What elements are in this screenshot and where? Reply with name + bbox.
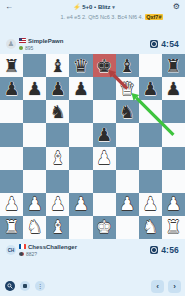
square-h5[interactable] xyxy=(162,123,185,146)
square-a2[interactable]: ♟ xyxy=(0,193,23,216)
piece-black-rook: ♜ xyxy=(165,57,181,75)
chevron-down-icon: ▾ xyxy=(112,4,115,10)
square-e2[interactable] xyxy=(93,193,116,216)
settings-gear-icon[interactable]: ⚙ xyxy=(173,2,180,11)
game-title-label: 5+0 • Blitz xyxy=(82,4,110,10)
piece-black-rook: ♜ xyxy=(3,57,19,75)
piece-black-pawn: ♟ xyxy=(50,80,66,98)
square-f2[interactable]: ♟ xyxy=(116,193,139,216)
prev-move-button[interactable]: ‹ xyxy=(151,280,164,293)
square-c3[interactable] xyxy=(46,170,69,193)
square-b7[interactable]: ♟ xyxy=(23,77,46,100)
clock-icon xyxy=(150,246,158,254)
square-g2[interactable]: ♟ xyxy=(139,193,162,216)
clock-icon xyxy=(150,40,158,48)
avatar-initials: CH xyxy=(8,248,15,253)
clock-time-bottom: 4:56 xyxy=(161,245,179,255)
square-e7[interactable] xyxy=(93,77,116,100)
square-g3[interactable] xyxy=(139,170,162,193)
piece-black-pawn: ♟ xyxy=(165,80,181,98)
blitz-lightning-icon: ⚡ xyxy=(73,4,81,10)
piece-black-bishop: ♝ xyxy=(119,57,135,75)
player-name[interactable]: ChessChallenger xyxy=(28,244,77,250)
piece-white-pawn: ♟ xyxy=(27,195,43,213)
piece-black-king: ♚ xyxy=(96,57,112,75)
piece-black-pawn: ♟ xyxy=(3,80,19,98)
square-e5[interactable]: ♟ xyxy=(93,123,116,146)
square-f4[interactable] xyxy=(116,147,139,170)
square-h2[interactable]: ♟ xyxy=(162,193,185,216)
square-b1[interactable]: ♞ xyxy=(23,216,46,239)
square-f3[interactable] xyxy=(116,170,139,193)
square-a6[interactable] xyxy=(0,100,23,123)
square-d6[interactable] xyxy=(69,100,92,123)
flair-icon xyxy=(19,46,23,50)
square-h1[interactable]: ♜ xyxy=(162,216,185,239)
piece-black-knight: ♞ xyxy=(50,103,66,121)
piece-white-pawn: ♟ xyxy=(165,195,181,213)
menu-button[interactable]: ⋮ xyxy=(35,281,45,291)
piece-black-pawn: ♟ xyxy=(73,80,89,98)
square-b4[interactable] xyxy=(23,147,46,170)
square-h6[interactable] xyxy=(162,100,185,123)
piece-white-pawn: ♟ xyxy=(3,195,19,213)
square-a8[interactable]: ♜ xyxy=(0,54,23,77)
bottom-control-bar: ⋮ ‹ › xyxy=(0,276,185,296)
clock-time-top: 4:54 xyxy=(161,39,179,49)
piece-white-king: ♚ xyxy=(96,218,112,236)
chevron-left-icon: ‹ xyxy=(156,282,159,291)
square-e3[interactable] xyxy=(93,170,116,193)
square-h3[interactable] xyxy=(162,170,185,193)
square-d1[interactable] xyxy=(69,216,92,239)
player-rating: 882? xyxy=(26,251,37,257)
vertical-dots-icon: ⋮ xyxy=(37,283,43,289)
chat-bubble-icon xyxy=(23,284,28,288)
square-g6[interactable] xyxy=(139,100,162,123)
flag-fr-icon xyxy=(19,244,26,249)
player-rating: 895 xyxy=(25,45,33,51)
square-d4[interactable] xyxy=(69,147,92,170)
back-icon[interactable]: ← xyxy=(5,2,15,11)
piece-black-pawn: ♟ xyxy=(96,126,112,144)
move-list-text: 1. e4 e5 2. Qh5 Nc6 3. Bc4 Nf6 4. xyxy=(61,14,144,20)
square-e4[interactable]: ♟ xyxy=(93,147,116,170)
square-d7[interactable]: ♟ xyxy=(69,77,92,100)
piece-white-rook: ♜ xyxy=(3,218,19,236)
square-g7[interactable]: ♟ xyxy=(139,77,162,100)
square-a4[interactable] xyxy=(0,147,23,170)
current-move-badge: Qxf7# xyxy=(145,14,163,20)
piece-black-queen: ♛ xyxy=(73,57,89,75)
square-a5[interactable] xyxy=(0,123,23,146)
square-d2[interactable]: ♟ xyxy=(69,193,92,216)
square-f5[interactable] xyxy=(116,123,139,146)
square-f8[interactable]: ♝ xyxy=(116,54,139,77)
square-c6[interactable]: ♞ xyxy=(46,100,69,123)
square-b3[interactable] xyxy=(23,170,46,193)
piece-white-knight: ♞ xyxy=(142,218,158,236)
square-g1[interactable]: ♞ xyxy=(139,216,162,239)
square-f7[interactable]: ♛ xyxy=(116,77,139,100)
square-f1[interactable] xyxy=(116,216,139,239)
square-c7[interactable]: ♟ xyxy=(46,77,69,100)
analysis-button[interactable] xyxy=(5,281,15,291)
square-h7[interactable]: ♟ xyxy=(162,77,185,100)
square-e8[interactable]: ♚ xyxy=(93,54,116,77)
player-name[interactable]: SimplePawn xyxy=(28,38,63,44)
game-title[interactable]: ⚡ 5+0 • Blitz ▾ xyxy=(15,3,173,10)
square-a3[interactable] xyxy=(0,170,23,193)
piece-white-pawn: ♟ xyxy=(96,149,112,167)
piece-white-pawn: ♟ xyxy=(50,195,66,213)
square-c5[interactable] xyxy=(46,123,69,146)
avatar[interactable]: ♟ xyxy=(6,39,16,49)
piece-white-knight: ♞ xyxy=(27,218,43,236)
square-a7[interactable]: ♟ xyxy=(0,77,23,100)
piece-black-bishop: ♝ xyxy=(50,57,66,75)
square-g8[interactable] xyxy=(139,54,162,77)
magnifier-icon xyxy=(7,283,13,289)
square-h4[interactable] xyxy=(162,147,185,170)
square-a1[interactable]: ♜ xyxy=(0,216,23,239)
flag-us-icon xyxy=(19,38,26,43)
square-b2[interactable]: ♟ xyxy=(23,193,46,216)
square-d5[interactable] xyxy=(69,123,92,146)
player-row-top: ♟ SimplePawn 895 4:54 xyxy=(0,35,185,53)
flair-icon xyxy=(19,252,24,256)
square-f6[interactable]: ♞ xyxy=(116,100,139,123)
square-d8[interactable]: ♛ xyxy=(69,54,92,77)
square-b8[interactable] xyxy=(23,54,46,77)
square-g5[interactable] xyxy=(139,123,162,146)
square-b5[interactable] xyxy=(23,123,46,146)
chat-button[interactable] xyxy=(20,281,30,291)
square-c8[interactable]: ♝ xyxy=(46,54,69,77)
square-b6[interactable] xyxy=(23,100,46,123)
square-g4[interactable] xyxy=(139,147,162,170)
chess-board: ♜♝♛♚♝♜♟♟♟♟♛♟♟♞♞♟♝♟♟♟♟♟♟♟♟♜♞♝♚♞♜ xyxy=(0,54,185,239)
square-c1[interactable]: ♝ xyxy=(46,216,69,239)
piece-white-queen: ♛ xyxy=(119,80,135,98)
piece-white-bishop: ♝ xyxy=(50,218,66,236)
square-c2[interactable]: ♟ xyxy=(46,193,69,216)
piece-white-pawn: ♟ xyxy=(119,195,135,213)
piece-black-pawn: ♟ xyxy=(27,80,43,98)
avatar[interactable]: CH xyxy=(6,245,16,255)
piece-white-bishop: ♝ xyxy=(50,149,66,167)
square-e6[interactable] xyxy=(93,100,116,123)
avatar-pawn-icon: ♟ xyxy=(8,40,14,48)
piece-white-rook: ♜ xyxy=(165,218,181,236)
move-list[interactable]: 1. e4 e5 2. Qh5 Nc6 3. Bc4 Nf6 4. Qxf7# xyxy=(0,13,163,22)
piece-white-pawn: ♟ xyxy=(73,195,89,213)
square-c4[interactable]: ♝ xyxy=(46,147,69,170)
player-row-bottom: CH ChessChallenger 882? 4:56 xyxy=(0,241,185,259)
chevron-right-icon: › xyxy=(173,282,176,291)
piece-white-pawn: ♟ xyxy=(142,195,158,213)
square-e1[interactable]: ♚ xyxy=(93,216,116,239)
app-bar: ← ⚡ 5+0 • Blitz ▾ ⚙ xyxy=(0,0,185,13)
square-d3[interactable] xyxy=(69,170,92,193)
next-move-button[interactable]: › xyxy=(168,280,181,293)
square-h8[interactable]: ♜ xyxy=(162,54,185,77)
piece-black-pawn: ♟ xyxy=(142,80,158,98)
piece-black-knight: ♞ xyxy=(119,103,135,121)
